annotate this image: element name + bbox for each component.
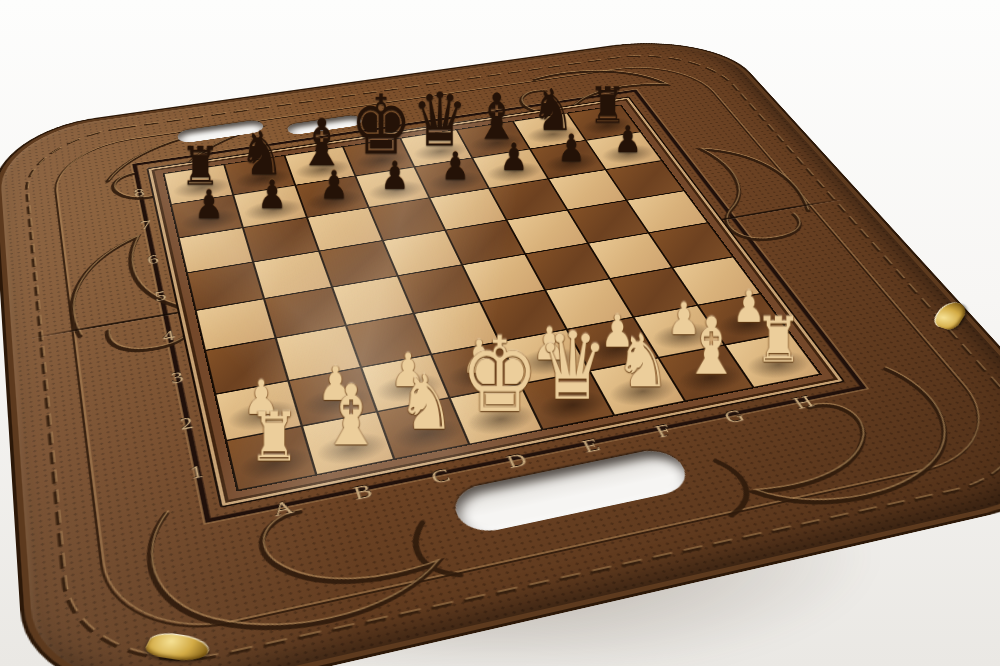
chess-set: ♜♞♝♚♛♝♞♜♟♟♟♟♟♟♟♟♟♟♟♟♟♟♟♟♜♝♞♚♛♞♝♜ 8765432… [0, 31, 1000, 666]
black-pawn-c7[interactable]: ♟ [319, 168, 348, 204]
black-pawn-e7[interactable]: ♟ [441, 149, 470, 184]
white-rook-h1[interactable]: ♜ [755, 312, 802, 370]
black-pawn-g7[interactable]: ♟ [557, 131, 585, 166]
white-knight-f1[interactable]: ♞ [615, 329, 670, 396]
black-pawn-a7[interactable]: ♟ [194, 187, 224, 224]
black-pawn-b7[interactable]: ♟ [257, 177, 287, 213]
photo-scene: ♜♞♝♚♛♝♞♜♟♟♟♟♟♟♟♟♟♟♟♟♟♟♟♟♜♝♞♚♛♞♝♜ 8765432… [0, 0, 1000, 666]
rank-label-8: 8 [120, 175, 158, 211]
black-pawn-d7[interactable]: ♟ [381, 158, 410, 194]
black-pawn-h7[interactable]: ♟ [614, 123, 642, 157]
white-knight-c1[interactable]: ♞ [398, 370, 455, 439]
white-queen-e1[interactable]: ♛ [537, 324, 608, 410]
white-rook-a1[interactable]: ♜ [248, 407, 299, 469]
white-bishop-b1[interactable]: ♝ [320, 377, 383, 454]
white-bishop-g1[interactable]: ♝ [682, 310, 741, 382]
black-pawn-f7[interactable]: ♟ [499, 140, 528, 175]
white-king-d1[interactable]: ♚ [461, 329, 539, 425]
